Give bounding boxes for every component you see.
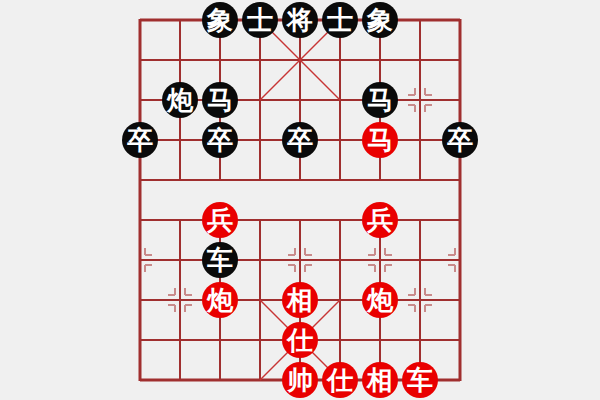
- piece-black-horse[interactable]: 马: [202, 82, 238, 118]
- piece-red-advisor[interactable]: 仕: [282, 322, 318, 358]
- piece-red-horse[interactable]: 马: [362, 122, 398, 158]
- piece-black-advisor[interactable]: 士: [242, 2, 278, 38]
- piece-black-soldier[interactable]: 卒: [202, 122, 238, 158]
- piece-red-soldier[interactable]: 兵: [362, 202, 398, 238]
- piece-red-cannon[interactable]: 炮: [202, 282, 238, 318]
- piece-red-general[interactable]: 帅: [282, 362, 318, 398]
- piece-red-cannon[interactable]: 炮: [362, 282, 398, 318]
- piece-red-elephant[interactable]: 相: [362, 362, 398, 398]
- piece-black-cannon[interactable]: 炮: [162, 82, 198, 118]
- piece-black-advisor[interactable]: 士: [322, 2, 358, 38]
- piece-black-chariot[interactable]: 车: [202, 242, 238, 278]
- piece-red-chariot[interactable]: 车: [402, 362, 438, 398]
- piece-black-soldier[interactable]: 卒: [282, 122, 318, 158]
- pieces-layer[interactable]: 象士将士象炮马马卒卒卒马卒兵兵车炮相炮仕帅仕相车: [0, 0, 600, 400]
- piece-red-elephant[interactable]: 相: [282, 282, 318, 318]
- piece-black-soldier[interactable]: 卒: [442, 122, 478, 158]
- piece-red-advisor[interactable]: 仕: [322, 362, 358, 398]
- piece-black-elephant[interactable]: 象: [202, 2, 238, 38]
- piece-black-soldier[interactable]: 卒: [122, 122, 158, 158]
- piece-black-horse[interactable]: 马: [362, 82, 398, 118]
- piece-black-general[interactable]: 将: [282, 2, 318, 38]
- piece-red-soldier[interactable]: 兵: [202, 202, 238, 238]
- xiangqi-board: 象士将士象炮马马卒卒卒马卒兵兵车炮相炮仕帅仕相车: [0, 0, 600, 400]
- piece-black-elephant[interactable]: 象: [362, 2, 398, 38]
